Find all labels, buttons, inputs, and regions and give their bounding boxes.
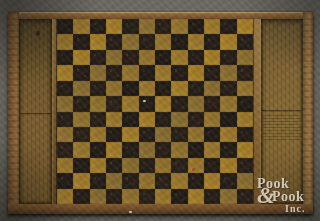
board-square — [220, 112, 236, 127]
board-square — [237, 50, 253, 65]
board-square — [155, 189, 171, 204]
board-square — [188, 50, 204, 65]
wood-grain-stripes — [263, 115, 301, 141]
board-square — [171, 96, 187, 111]
board-square — [57, 65, 73, 80]
ink-mark — [36, 31, 40, 36]
board-square — [220, 189, 236, 204]
board-square — [122, 34, 138, 49]
board-square — [106, 81, 122, 96]
board-square — [73, 127, 89, 142]
tray-interior — [19, 19, 303, 204]
board-square — [171, 19, 187, 34]
board-square — [155, 96, 171, 111]
board-square — [220, 158, 236, 173]
board-square — [237, 81, 253, 96]
board-square — [220, 50, 236, 65]
board-square — [171, 34, 187, 49]
board-square — [171, 158, 187, 173]
board-square — [122, 189, 138, 204]
board-square — [220, 34, 236, 49]
board-square — [106, 50, 122, 65]
board-square — [106, 189, 122, 204]
board-square — [122, 173, 138, 188]
board-square — [57, 81, 73, 96]
board-square — [122, 127, 138, 142]
board-square — [204, 19, 220, 34]
board-square — [73, 142, 89, 157]
board-square — [57, 173, 73, 188]
board-square — [155, 65, 171, 80]
board-square — [139, 65, 155, 80]
piece-tray-left — [19, 19, 52, 204]
board-square — [57, 158, 73, 173]
board-square — [57, 142, 73, 157]
board-square — [171, 65, 187, 80]
board-square — [57, 50, 73, 65]
board-square — [90, 127, 106, 142]
board-square — [237, 19, 253, 34]
frame-rail-right — [303, 12, 313, 214]
auction-photo-background: Pook & Pook Inc. — [0, 0, 320, 221]
board-square — [220, 81, 236, 96]
board-square — [204, 158, 220, 173]
board-square — [122, 65, 138, 80]
board-square — [122, 96, 138, 111]
board-square — [171, 127, 187, 142]
board-square — [122, 19, 138, 34]
board-square — [57, 112, 73, 127]
board-square — [204, 112, 220, 127]
board-square — [204, 127, 220, 142]
board-square — [171, 142, 187, 157]
board-square — [204, 142, 220, 157]
board-square — [106, 112, 122, 127]
board-square — [155, 173, 171, 188]
board-square — [73, 81, 89, 96]
board-square — [139, 19, 155, 34]
board-square — [204, 96, 220, 111]
board-square — [106, 65, 122, 80]
board-square — [73, 65, 89, 80]
board-square — [139, 189, 155, 204]
board-square — [220, 142, 236, 157]
board-square — [106, 96, 122, 111]
wood-seam — [19, 113, 52, 115]
board-square — [204, 173, 220, 188]
board-square — [139, 50, 155, 65]
board-square — [220, 19, 236, 34]
board-square — [188, 112, 204, 127]
board-square — [171, 189, 187, 204]
board-square — [122, 158, 138, 173]
board-square — [90, 112, 106, 127]
board-square — [106, 19, 122, 34]
board-square — [220, 173, 236, 188]
board-square — [122, 142, 138, 157]
board-square — [90, 19, 106, 34]
gameboard-tray — [8, 12, 313, 214]
board-square — [139, 173, 155, 188]
board-square — [204, 34, 220, 49]
board-square — [188, 19, 204, 34]
board-square — [188, 127, 204, 142]
board-square — [237, 65, 253, 80]
frame-rail-bottom — [8, 204, 313, 214]
board-square — [57, 19, 73, 34]
board-square — [106, 142, 122, 157]
paint-speck — [192, 168, 195, 171]
board-square — [155, 34, 171, 49]
paint-speck — [129, 211, 132, 213]
board-square — [90, 189, 106, 204]
board-square — [106, 34, 122, 49]
board-square — [90, 158, 106, 173]
board-square — [155, 158, 171, 173]
board-square — [122, 112, 138, 127]
tray-divider-right — [253, 19, 261, 204]
board-square — [73, 96, 89, 111]
board-square — [155, 127, 171, 142]
board-square — [90, 142, 106, 157]
board-square — [155, 19, 171, 34]
frame-rail-top — [8, 12, 313, 19]
board-square — [139, 142, 155, 157]
board-square — [204, 50, 220, 65]
board-square — [73, 50, 89, 65]
board-square — [155, 50, 171, 65]
board-square — [106, 158, 122, 173]
board-square — [188, 96, 204, 111]
board-square — [139, 158, 155, 173]
board-square — [57, 189, 73, 204]
board-square — [122, 50, 138, 65]
board-square — [90, 50, 106, 65]
frame-rail-left — [8, 12, 19, 214]
board-square — [73, 173, 89, 188]
board-square — [188, 158, 204, 173]
board-square — [139, 81, 155, 96]
board-square — [90, 65, 106, 80]
board-square — [139, 34, 155, 49]
board-square — [122, 81, 138, 96]
board-square — [73, 158, 89, 173]
board-square — [90, 96, 106, 111]
board-square — [237, 189, 253, 204]
board-square — [237, 112, 253, 127]
board-square — [188, 81, 204, 96]
board-square — [237, 34, 253, 49]
board-square — [57, 96, 73, 111]
board-square — [155, 142, 171, 157]
board-square — [220, 65, 236, 80]
board-square — [188, 142, 204, 157]
board-square — [73, 34, 89, 49]
board-square — [188, 189, 204, 204]
board-square — [204, 81, 220, 96]
piece-tray-right — [261, 19, 303, 204]
board-square — [188, 65, 204, 80]
board-square — [188, 34, 204, 49]
board-square — [57, 127, 73, 142]
wood-seam — [261, 110, 303, 112]
board-square — [155, 81, 171, 96]
board-square — [155, 112, 171, 127]
board-square — [188, 173, 204, 188]
board-square — [139, 96, 155, 111]
board-square — [171, 50, 187, 65]
board-square — [73, 112, 89, 127]
board-square — [106, 127, 122, 142]
paint-speck — [143, 100, 146, 102]
board-square — [204, 189, 220, 204]
board-square — [220, 127, 236, 142]
board-square — [90, 34, 106, 49]
board-square — [90, 81, 106, 96]
board-square — [73, 189, 89, 204]
board-square — [139, 127, 155, 142]
checkerboard — [57, 19, 253, 204]
board-square — [73, 19, 89, 34]
board-square — [220, 96, 236, 111]
board-square — [237, 142, 253, 157]
board-square — [171, 112, 187, 127]
board-square — [204, 65, 220, 80]
board-square — [90, 173, 106, 188]
board-square — [237, 96, 253, 111]
board-square — [237, 173, 253, 188]
board-square — [57, 34, 73, 49]
board-square — [171, 173, 187, 188]
board-square — [106, 173, 122, 188]
board-square — [237, 127, 253, 142]
board-square — [171, 81, 187, 96]
board-square — [237, 158, 253, 173]
board-square — [139, 112, 155, 127]
